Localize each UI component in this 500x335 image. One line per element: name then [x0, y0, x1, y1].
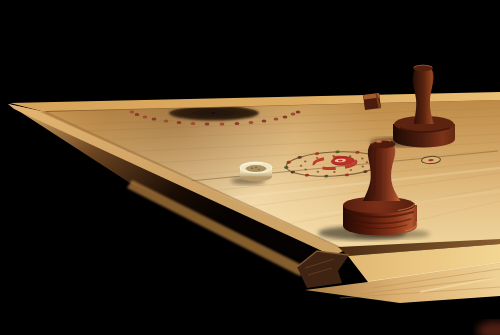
far-rail-block [363, 93, 381, 110]
board-photo [0, 0, 500, 335]
puck-top-inset [246, 165, 267, 172]
photo-frame [0, 0, 500, 335]
